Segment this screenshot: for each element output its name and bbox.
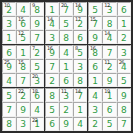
cage-sum-label: 22 [32, 118, 37, 123]
cell-digit: 9 [107, 77, 113, 86]
cell-r4c3[interactable]: 72 [30, 45, 44, 59]
cell-r8c3[interactable]: 4 [30, 102, 44, 116]
box-7: 522218679483221 [2, 88, 45, 131]
cell-r3c4[interactable]: 3 [45, 30, 59, 44]
cell-digit: 6 [107, 106, 113, 115]
cell-digit: 9 [34, 20, 40, 29]
cage-sum-label: 15 [90, 17, 95, 22]
cage-sum-label: 12 [104, 3, 109, 8]
cell-r1c1[interactable]: 102 [2, 2, 16, 16]
cell-r3c1[interactable]: 1 [2, 30, 16, 44]
cell-digit: 5 [92, 6, 98, 15]
cell-r6c6[interactable]: 8 [73, 73, 87, 87]
cell-digit: 5 [34, 63, 40, 72]
cell-r2c1[interactable]: 3 [2, 16, 16, 30]
cell-digit: 4 [20, 6, 26, 15]
cell-digit: 4 [6, 77, 12, 86]
cell-digit: 4 [77, 120, 83, 129]
cell-digit: 5 [6, 92, 12, 101]
cell-digit: 6 [92, 63, 98, 72]
cell-r5c7[interactable]: 6 [88, 59, 102, 73]
cell-digit: 7 [6, 106, 12, 115]
cell-r3c2[interactable]: 125 [16, 30, 30, 44]
cell-r3c9[interactable]: 2 [117, 30, 131, 44]
cell-r7c2[interactable]: 222 [16, 88, 30, 102]
cell-r3c5[interactable]: 8 [59, 30, 73, 44]
box-9: 41919368257 [88, 88, 131, 131]
cell-r4c1[interactable]: 6 [2, 45, 16, 59]
cell-r9c1[interactable]: 8 [2, 117, 16, 131]
box-1: 1024983156911257 [2, 2, 45, 45]
cell-r5c5[interactable]: 1 [59, 59, 73, 73]
cell-digit: 2 [92, 120, 98, 129]
cell-r9c2[interactable]: 3 [16, 117, 30, 131]
cell-digit: 3 [49, 34, 55, 43]
cell-r3c6[interactable]: 6 [73, 30, 87, 44]
cell-digit: 3 [6, 20, 12, 29]
cell-r2c6[interactable]: 172 [73, 16, 87, 30]
cell-r5c6[interactable]: 3 [73, 59, 87, 73]
cell-digit: 9 [20, 106, 26, 115]
cell-digit: 6 [6, 49, 12, 58]
cell-r2c7[interactable]: 157 [88, 16, 102, 30]
cell-r9c3[interactable]: 221 [30, 117, 44, 131]
cell-r7c1[interactable]: 5 [2, 88, 16, 102]
cell-r8c5[interactable]: 2 [59, 102, 73, 116]
cell-digit: 3 [92, 106, 98, 115]
cage-sum-label: 14 [47, 17, 52, 22]
cell-digit: 9 [92, 34, 98, 43]
cell-digit: 1 [49, 6, 55, 15]
cage-sum-label: 26 [119, 60, 124, 65]
cell-digit: 7 [49, 63, 55, 72]
cell-digit: 5 [107, 120, 113, 129]
cage-sum-label: 20 [32, 74, 37, 79]
cell-r6c3[interactable]: 203 [30, 73, 44, 87]
box-5: 169485713268 [45, 45, 88, 88]
cell-digit: 9 [63, 120, 69, 129]
cell-r4c5[interactable]: 4 [59, 45, 73, 59]
cell-digit: 6 [63, 77, 69, 86]
cell-digit: 1 [20, 49, 26, 58]
cell-r9c7[interactable]: 2 [88, 117, 102, 131]
cage-sum-label: 15 [18, 60, 23, 65]
cage-sum-label: 14 [75, 89, 80, 94]
cell-digit: 1 [92, 77, 98, 86]
cell-r4c8[interactable]: 7 [102, 45, 116, 59]
cell-r7c6[interactable]: 147 [73, 88, 87, 102]
cell-digit: 1 [77, 106, 83, 115]
cell-digit: 1 [6, 34, 12, 43]
cell-digit: 5 [63, 20, 69, 29]
cage-sum-label: 18 [32, 89, 37, 94]
cell-digit: 8 [49, 92, 55, 101]
cell-r1c4[interactable]: 1 [45, 2, 59, 16]
cell-r5c4[interactable]: 7 [45, 59, 59, 73]
cell-r9c4[interactable]: 6 [45, 117, 59, 131]
cage-sum-label: 22 [18, 89, 23, 94]
sudoku-board: 1024983156911257120714914451723865123615… [0, 0, 133, 133]
cell-r5c3[interactable]: 5 [30, 59, 44, 73]
cage-sum-label: 14 [75, 3, 80, 8]
box-4: 6172259158547203 [2, 45, 45, 88]
cell-digit: 8 [63, 34, 69, 43]
box-2: 12071491445172386 [45, 2, 88, 45]
cell-r2c4[interactable]: 144 [45, 16, 59, 30]
cell-r3c8[interactable]: 144 [102, 30, 116, 44]
cell-r8c1[interactable]: 7 [2, 102, 16, 116]
cell-r6c8[interactable]: 9 [102, 73, 116, 87]
cage-sum-label: 19 [104, 89, 109, 94]
cage-sum-label: 7 [32, 46, 35, 51]
cage-sum-label: 12 [18, 31, 23, 36]
cell-r6c7[interactable]: 1 [88, 73, 102, 87]
cell-r4c9[interactable]: 3 [117, 45, 131, 59]
cell-digit: 9 [121, 92, 127, 101]
cage-sum-label: 20 [61, 3, 66, 8]
cell-r7c9[interactable]: 9 [117, 88, 131, 102]
cage-sum-label: 16 [90, 46, 95, 51]
cell-digit: 4 [34, 106, 40, 115]
cell-r8c9[interactable]: 8 [117, 102, 131, 116]
cell-digit: 2 [49, 77, 55, 86]
cell-r9c6[interactable]: 4 [73, 117, 87, 131]
cell-r6c1[interactable]: 4 [2, 73, 16, 87]
cell-r7c8[interactable]: 191 [102, 88, 116, 102]
cage-sum-label: 11 [104, 60, 109, 65]
cell-digit: 1 [63, 63, 69, 72]
cell-digit: 8 [121, 106, 127, 115]
cell-digit: 6 [49, 120, 55, 129]
cage-sum-label: 8 [75, 46, 78, 51]
cell-r8c4[interactable]: 5 [45, 102, 59, 116]
cell-r1c3[interactable]: 98 [30, 2, 44, 16]
cell-r7c5[interactable]: 113 [59, 88, 73, 102]
cage-sum-label: 10 [4, 3, 9, 8]
cell-digit: 5 [49, 106, 55, 115]
cage-sum-label: 15 [18, 17, 23, 22]
cell-r6c2[interactable]: 7 [16, 73, 30, 87]
cell-digit: 3 [20, 120, 26, 129]
cage-sum-label: 14 [104, 31, 109, 36]
cell-digit: 3 [77, 63, 83, 72]
cell-r5c2[interactable]: 158 [16, 59, 30, 73]
cage-sum-label: 11 [61, 89, 66, 94]
cell-r5c8[interactable]: 112 [102, 59, 116, 73]
cell-r5c9[interactable]: 264 [117, 59, 131, 73]
cell-r1c5[interactable]: 207 [59, 2, 73, 16]
cage-sum-label: 16 [47, 46, 52, 51]
cell-r8c6[interactable]: 1 [73, 102, 87, 116]
cell-digit: 4 [63, 49, 69, 58]
cell-r8c2[interactable]: 9 [16, 102, 30, 116]
cell-r1c7[interactable]: 5 [88, 2, 102, 16]
cell-r6c4[interactable]: 2 [45, 73, 59, 87]
cell-digit: 8 [6, 120, 12, 129]
cell-r7c4[interactable]: 8 [45, 88, 59, 102]
cell-r4c7[interactable]: 168 [88, 45, 102, 59]
cell-digit: 2 [63, 106, 69, 115]
cell-r9c8[interactable]: 5 [102, 117, 116, 131]
cell-digit: 1 [121, 20, 127, 29]
cell-digit: 2 [121, 34, 127, 43]
cell-r1c9[interactable]: 6 [117, 2, 131, 16]
cell-r9c5[interactable]: 9 [59, 117, 73, 131]
cell-digit: 4 [92, 92, 98, 101]
cell-r1c6[interactable]: 149 [73, 2, 87, 16]
cell-r4c6[interactable]: 85 [73, 45, 87, 59]
cell-digit: 8 [107, 20, 113, 29]
cell-digit: 7 [34, 34, 40, 43]
cell-r1c2[interactable]: 4 [16, 2, 30, 16]
cell-r7c3[interactable]: 186 [30, 88, 44, 102]
cell-r4c2[interactable]: 1 [16, 45, 30, 59]
cage-sum-label: 9 [32, 3, 35, 8]
cell-digit: 3 [121, 49, 127, 58]
box-8: 8113147521694 [45, 88, 88, 131]
cell-digit: 7 [107, 49, 113, 58]
cell-r3c3[interactable]: 7 [30, 30, 44, 44]
cell-r8c7[interactable]: 3 [88, 102, 102, 116]
cell-r7c7[interactable]: 4 [88, 88, 102, 102]
cell-r6c9[interactable]: 5 [117, 73, 131, 87]
cell-r2c8[interactable]: 8 [102, 16, 116, 30]
cell-r3c7[interactable]: 9 [88, 30, 102, 44]
cell-r8c8[interactable]: 6 [102, 102, 116, 116]
cell-r5c1[interactable]: 259 [2, 59, 16, 73]
cage-sum-label: 17 [75, 17, 80, 22]
cage-sum-label: 25 [4, 60, 9, 65]
cell-r1c8[interactable]: 123 [102, 2, 116, 16]
box-3: 512361578191442 [88, 2, 131, 45]
cell-r2c2[interactable]: 156 [16, 16, 30, 30]
cell-digit: 8 [77, 77, 83, 86]
cell-digit: 6 [77, 34, 83, 43]
cell-r2c5[interactable]: 5 [59, 16, 73, 30]
cell-digit: 5 [121, 77, 127, 86]
cell-r9c9[interactable]: 7 [117, 117, 131, 131]
cell-r6c5[interactable]: 6 [59, 73, 73, 87]
cell-r2c3[interactable]: 9 [30, 16, 44, 30]
cell-digit: 6 [121, 6, 127, 15]
box-6: 168736112264195 [88, 45, 131, 88]
cell-digit: 7 [121, 120, 127, 129]
cell-digit: 7 [20, 77, 26, 86]
cell-r2c9[interactable]: 1 [117, 16, 131, 30]
cell-r4c4[interactable]: 169 [45, 45, 59, 59]
